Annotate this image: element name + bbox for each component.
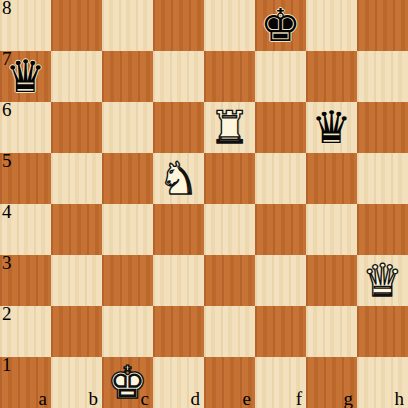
square-c6[interactable] (102, 102, 153, 153)
square-c3[interactable] (102, 255, 153, 306)
square-a4[interactable]: 4 (0, 204, 51, 255)
square-d1[interactable]: d (153, 357, 204, 408)
square-g8[interactable] (306, 0, 357, 51)
black-queen-piece[interactable]: ♛ (306, 102, 357, 153)
square-f6[interactable] (255, 102, 306, 153)
square-c1[interactable]: c♚ (102, 357, 153, 408)
file-label-b: b (89, 388, 99, 408)
square-f3[interactable] (255, 255, 306, 306)
square-b6[interactable] (51, 102, 102, 153)
square-h6[interactable] (357, 102, 408, 153)
file-label-e: e (243, 388, 251, 408)
chess-board: 8♚7♛6♜♛5♞43♛21abc♚defgh (0, 0, 408, 408)
square-e1[interactable]: e (204, 357, 255, 408)
square-e8[interactable] (204, 0, 255, 51)
rank-label-8: 8 (2, 0, 12, 18)
square-c5[interactable] (102, 153, 153, 204)
square-b2[interactable] (51, 306, 102, 357)
file-label-g: g (344, 388, 354, 408)
square-f7[interactable] (255, 51, 306, 102)
square-h4[interactable] (357, 204, 408, 255)
square-a1[interactable]: 1a (0, 357, 51, 408)
square-a5[interactable]: 5 (0, 153, 51, 204)
file-label-a: a (39, 388, 47, 408)
square-d7[interactable] (153, 51, 204, 102)
square-a6[interactable]: 6 (0, 102, 51, 153)
square-b4[interactable] (51, 204, 102, 255)
square-c8[interactable] (102, 0, 153, 51)
rank-label-7: 7 (2, 48, 12, 69)
square-e4[interactable] (204, 204, 255, 255)
square-b8[interactable] (51, 0, 102, 51)
file-label-f: f (296, 388, 302, 408)
square-e2[interactable] (204, 306, 255, 357)
square-a3[interactable]: 3 (0, 255, 51, 306)
file-label-h: h (395, 388, 405, 408)
square-g4[interactable] (306, 204, 357, 255)
square-f1[interactable]: f (255, 357, 306, 408)
file-label-d: d (191, 388, 201, 408)
square-g2[interactable] (306, 306, 357, 357)
square-b3[interactable] (51, 255, 102, 306)
square-a7[interactable]: 7♛ (0, 51, 51, 102)
white-knight-piece[interactable]: ♞ (153, 153, 204, 204)
square-f4[interactable] (255, 204, 306, 255)
square-h2[interactable] (357, 306, 408, 357)
rank-label-5: 5 (2, 150, 12, 171)
square-h8[interactable] (357, 0, 408, 51)
rank-label-4: 4 (2, 201, 12, 222)
square-g6[interactable]: ♛ (306, 102, 357, 153)
rank-label-1: 1 (2, 354, 12, 375)
square-d8[interactable] (153, 0, 204, 51)
rank-label-6: 6 (2, 99, 12, 120)
square-f8[interactable]: ♚ (255, 0, 306, 51)
square-h3[interactable]: ♛ (357, 255, 408, 306)
square-g1[interactable]: g (306, 357, 357, 408)
square-d6[interactable] (153, 102, 204, 153)
square-d4[interactable] (153, 204, 204, 255)
square-d2[interactable] (153, 306, 204, 357)
square-h5[interactable] (357, 153, 408, 204)
square-g5[interactable] (306, 153, 357, 204)
white-rook-piece[interactable]: ♜ (204, 102, 255, 153)
square-d5[interactable]: ♞ (153, 153, 204, 204)
square-c2[interactable] (102, 306, 153, 357)
square-h1[interactable]: h (357, 357, 408, 408)
square-b5[interactable] (51, 153, 102, 204)
rank-label-2: 2 (2, 303, 12, 324)
square-f5[interactable] (255, 153, 306, 204)
black-king-piece[interactable]: ♚ (255, 0, 306, 51)
file-label-c: c (141, 388, 149, 408)
square-e5[interactable] (204, 153, 255, 204)
square-a8[interactable]: 8 (0, 0, 51, 51)
square-g3[interactable] (306, 255, 357, 306)
square-e7[interactable] (204, 51, 255, 102)
square-b1[interactable]: b (51, 357, 102, 408)
square-b7[interactable] (51, 51, 102, 102)
square-d3[interactable] (153, 255, 204, 306)
square-e6[interactable]: ♜ (204, 102, 255, 153)
square-a2[interactable]: 2 (0, 306, 51, 357)
white-queen-piece[interactable]: ♛ (357, 255, 408, 306)
square-h7[interactable] (357, 51, 408, 102)
square-c7[interactable] (102, 51, 153, 102)
rank-label-3: 3 (2, 252, 12, 273)
square-f2[interactable] (255, 306, 306, 357)
square-e3[interactable] (204, 255, 255, 306)
square-c4[interactable] (102, 204, 153, 255)
square-g7[interactable] (306, 51, 357, 102)
